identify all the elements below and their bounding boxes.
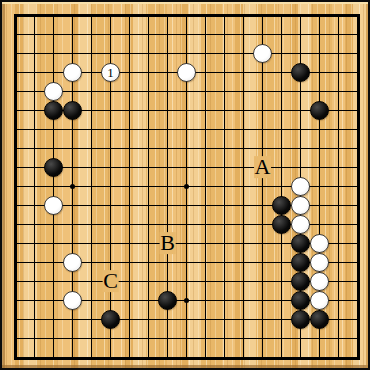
stone-black-Q7 <box>291 234 310 253</box>
stone-black-F3 <box>101 310 120 329</box>
stone-white-Q9 <box>291 196 310 215</box>
stone-white-R6 <box>310 253 329 272</box>
stone-white-Q10 <box>291 177 310 196</box>
point-label-B[interactable]: B <box>159 232 176 254</box>
stone-white-F16: 1 <box>101 63 120 82</box>
go-board[interactable]: 1ABC <box>0 0 370 370</box>
stone-black-P9 <box>272 196 291 215</box>
star-point <box>184 298 189 303</box>
stone-black-C11 <box>44 158 63 177</box>
stone-black-Q5 <box>291 272 310 291</box>
star-point <box>70 184 75 189</box>
point-label-A[interactable]: A <box>254 156 272 178</box>
stone-white-C15 <box>44 82 63 101</box>
stone-white-O17 <box>253 44 272 63</box>
stone-white-C9 <box>44 196 63 215</box>
stone-black-Q16 <box>291 63 310 82</box>
stone-white-R4 <box>310 291 329 310</box>
stone-black-Q3 <box>291 310 310 329</box>
stone-black-J4 <box>158 291 177 310</box>
stone-white-R5 <box>310 272 329 291</box>
stone-white-K16 <box>177 63 196 82</box>
stone-white-Q8 <box>291 215 310 234</box>
stone-black-P8 <box>272 215 291 234</box>
stone-white-R7 <box>310 234 329 253</box>
stone-black-R3 <box>310 310 329 329</box>
stone-black-Q4 <box>291 291 310 310</box>
stone-black-D14 <box>63 101 82 120</box>
star-point <box>184 184 189 189</box>
stone-white-D16 <box>63 63 82 82</box>
stone-black-Q6 <box>291 253 310 272</box>
stone-black-C14 <box>44 101 63 120</box>
stone-white-D6 <box>63 253 82 272</box>
point-label-C[interactable]: C <box>102 270 119 292</box>
stone-black-R14 <box>310 101 329 120</box>
move-number-label: 1 <box>107 66 114 79</box>
stone-white-D4 <box>63 291 82 310</box>
